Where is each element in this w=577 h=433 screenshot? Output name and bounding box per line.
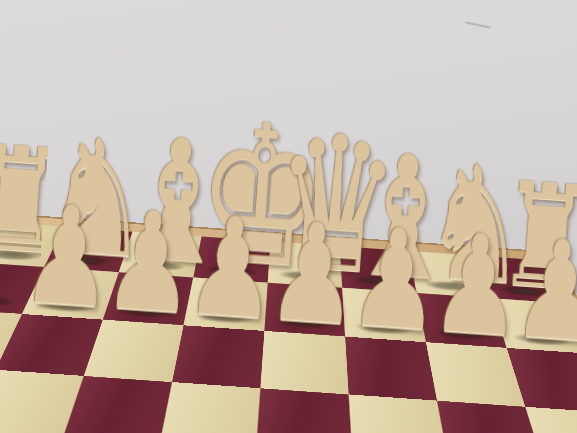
piece-white-pawn[interactable]: ♟ [509,219,577,361]
piece-white-pawn[interactable]: ♟ [346,208,437,350]
board-rotation-wrapper: ♜♞♝♚♛♝♞♜♟♟♟♟♟♟♟♟ [0,212,557,433]
square-a4[interactable] [525,407,577,433]
board-frame: ♜♞♝♚♛♝♞♜♟♟♟♟♟♟♟♟ [0,212,577,433]
square-f2[interactable]: ♟ [103,272,193,325]
piece-white-pawn[interactable]: ♟ [100,191,191,333]
board-grid: ♜♞♝♚♛♝♞♜♟♟♟♟♟♟♟♟ [0,222,577,433]
square-e4[interactable] [158,382,260,433]
square-d4[interactable] [256,388,353,433]
piece-white-pawn[interactable]: ♟ [19,185,110,327]
square-d2[interactable]: ♟ [264,283,345,337]
photo-scene: ♜♞♝♚♛♝♞♜♟♟♟♟♟♟♟♟ [0,0,577,433]
piece-white-pawn[interactable]: ♟ [427,214,518,356]
square-e2[interactable]: ♟ [184,277,268,331]
wall-blemish [465,21,491,28]
square-c2[interactable]: ♟ [342,288,426,342]
square-b2[interactable]: ♟ [417,293,507,348]
piece-white-pawn[interactable]: ♟ [264,202,355,344]
chess-board: ♜♞♝♚♛♝♞♜♟♟♟♟♟♟♟♟ [0,212,577,433]
piece-white-pawn[interactable]: ♟ [182,196,273,338]
